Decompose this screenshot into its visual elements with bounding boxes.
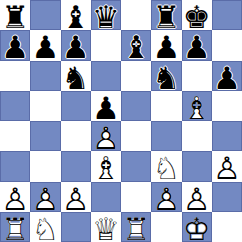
square-a5[interactable] [0,91,30,121]
square-d2[interactable] [91,182,121,212]
white-bishop[interactable]: ♝︎♗︎ [91,151,121,181]
square-a8[interactable]: ♜︎ [0,0,30,30]
square-e6[interactable] [121,61,151,91]
square-h8[interactable] [212,0,242,30]
square-c4[interactable] [61,121,91,151]
square-g8[interactable]: ♚︎ [182,0,212,30]
black-bishop[interactable]: ♝︎ [61,0,91,30]
square-e8[interactable] [121,0,151,30]
square-b5[interactable] [30,91,60,121]
black-pawn-glyph: ♟︎ [152,30,180,63]
square-d6[interactable] [91,61,121,91]
black-pawn-glyph: ♟︎ [92,91,120,124]
black-pawn-glyph: ♟︎ [62,30,90,63]
white-pawn-outline: ♙︎ [62,182,90,215]
black-pawn-glyph: ♟︎ [1,30,29,63]
square-c6[interactable]: ♞︎ [61,61,91,91]
white-pawn-outline: ♙︎ [92,121,120,154]
black-king-glyph: ♚︎ [183,0,211,33]
chess-board: ♜︎♝︎♛︎♜︎♚︎♟︎♟︎♟︎♝︎♟︎♟︎♞︎♞︎♟︎♟︎♝︎♗︎♟︎♙︎♝︎… [0,0,242,242]
square-f8[interactable]: ♜︎ [151,0,181,30]
black-king[interactable]: ♚︎ [182,0,212,30]
black-pawn-glyph: ♟︎ [183,30,211,63]
square-a7[interactable]: ♟︎ [0,30,30,60]
square-h2[interactable] [212,182,242,212]
black-rook[interactable]: ♜︎ [0,0,30,30]
square-c8[interactable]: ♝︎ [61,0,91,30]
white-pawn[interactable]: ♟︎♙︎ [212,151,242,181]
white-king-outline: ♔︎ [183,212,211,242]
black-knight-glyph: ♞︎ [62,61,90,94]
white-pawn-outline: ♙︎ [183,182,211,215]
black-pawn[interactable]: ♟︎ [91,91,121,121]
black-rook[interactable]: ♜︎ [151,0,181,30]
square-f3[interactable]: ♞︎♘︎ [151,151,181,181]
square-h5[interactable] [212,91,242,121]
square-f4[interactable] [151,121,181,151]
white-pawn[interactable]: ♟︎♙︎ [61,182,91,212]
black-rook-glyph: ♜︎ [152,0,180,33]
square-f7[interactable]: ♟︎ [151,30,181,60]
white-rook-outline: ♖︎ [1,212,29,242]
square-h7[interactable] [212,30,242,60]
black-bishop[interactable]: ♝︎ [121,30,151,60]
square-a6[interactable] [0,61,30,91]
square-b4[interactable] [30,121,60,151]
white-pawn[interactable]: ♟︎♙︎ [182,182,212,212]
white-knight-outline: ♘︎ [152,151,180,184]
white-pawn[interactable]: ♟︎♙︎ [0,182,30,212]
square-c1[interactable] [61,212,91,242]
square-c5[interactable] [61,91,91,121]
black-queen[interactable]: ♛︎ [91,0,121,30]
black-bishop-glyph: ♝︎ [62,0,90,33]
square-e2[interactable] [121,182,151,212]
white-pawn-outline: ♙︎ [31,182,59,215]
square-b8[interactable] [30,0,60,30]
square-c2[interactable]: ♟︎♙︎ [61,182,91,212]
white-pawn[interactable]: ♟︎♙︎ [151,182,181,212]
square-d3[interactable]: ♝︎♗︎ [91,151,121,181]
square-c3[interactable] [61,151,91,181]
square-h4[interactable] [212,121,242,151]
square-g3[interactable] [182,151,212,181]
black-pawn[interactable]: ♟︎ [182,30,212,60]
black-pawn[interactable]: ♟︎ [212,61,242,91]
square-f1[interactable] [151,212,181,242]
black-knight[interactable]: ♞︎ [151,61,181,91]
square-e4[interactable] [121,121,151,151]
square-g6[interactable] [182,61,212,91]
black-pawn[interactable]: ♟︎ [61,30,91,60]
white-pawn[interactable]: ♟︎♙︎ [30,182,60,212]
square-e3[interactable] [121,151,151,181]
white-knight[interactable]: ♞︎♘︎ [151,151,181,181]
square-d5[interactable]: ♟︎ [91,91,121,121]
white-pawn-outline: ♙︎ [213,151,241,184]
square-e5[interactable] [121,91,151,121]
white-knight-outline: ♘︎ [31,212,59,242]
square-h6[interactable]: ♟︎ [212,61,242,91]
white-pawn[interactable]: ♟︎♙︎ [91,121,121,151]
black-pawn-glyph: ♟︎ [31,30,59,63]
white-rook[interactable]: ♜︎♖︎ [121,212,151,242]
square-a4[interactable] [0,121,30,151]
white-pawn-outline: ♙︎ [1,182,29,215]
white-rook[interactable]: ♜︎♖︎ [0,212,30,242]
square-h1[interactable] [212,212,242,242]
square-g1[interactable]: ♚︎♔︎ [182,212,212,242]
square-g5[interactable]: ♝︎♗︎ [182,91,212,121]
square-d8[interactable]: ♛︎ [91,0,121,30]
square-f2[interactable]: ♟︎♙︎ [151,182,181,212]
black-knight-glyph: ♞︎ [152,61,180,94]
white-knight[interactable]: ♞︎♘︎ [30,212,60,242]
white-king[interactable]: ♚︎♔︎ [182,212,212,242]
square-a1[interactable]: ♜︎♖︎ [0,212,30,242]
square-f6[interactable]: ♞︎ [151,61,181,91]
square-a3[interactable] [0,151,30,181]
square-g2[interactable]: ♟︎♙︎ [182,182,212,212]
black-queen-glyph: ♛︎ [92,0,120,33]
square-g7[interactable]: ♟︎ [182,30,212,60]
square-c7[interactable]: ♟︎ [61,30,91,60]
black-pawn[interactable]: ♟︎ [0,30,30,60]
square-b1[interactable]: ♞︎♘︎ [30,212,60,242]
square-e1[interactable]: ♜︎♖︎ [121,212,151,242]
square-b3[interactable] [30,151,60,181]
square-d4[interactable]: ♟︎♙︎ [91,121,121,151]
black-pawn[interactable]: ♟︎ [151,30,181,60]
black-knight[interactable]: ♞︎ [61,61,91,91]
white-bishop-outline: ♗︎ [183,91,211,124]
square-b2[interactable]: ♟︎♙︎ [30,182,60,212]
square-b6[interactable] [30,61,60,91]
square-d7[interactable] [91,30,121,60]
black-bishop-glyph: ♝︎ [122,30,150,63]
white-queen[interactable]: ♛︎♕︎ [91,212,121,242]
black-pawn[interactable]: ♟︎ [30,30,60,60]
square-h3[interactable]: ♟︎♙︎ [212,151,242,181]
white-queen-outline: ♕︎ [92,212,120,242]
square-b7[interactable]: ♟︎ [30,30,60,60]
white-pawn-outline: ♙︎ [152,182,180,215]
white-bishop-outline: ♗︎ [92,151,120,184]
square-a2[interactable]: ♟︎♙︎ [0,182,30,212]
white-bishop[interactable]: ♝︎♗︎ [182,91,212,121]
square-f5[interactable] [151,91,181,121]
black-pawn-glyph: ♟︎ [213,61,241,94]
black-rook-glyph: ♜︎ [1,0,29,33]
square-g4[interactable] [182,121,212,151]
square-d1[interactable]: ♛︎♕︎ [91,212,121,242]
square-e7[interactable]: ♝︎ [121,30,151,60]
white-rook-outline: ♖︎ [122,212,150,242]
